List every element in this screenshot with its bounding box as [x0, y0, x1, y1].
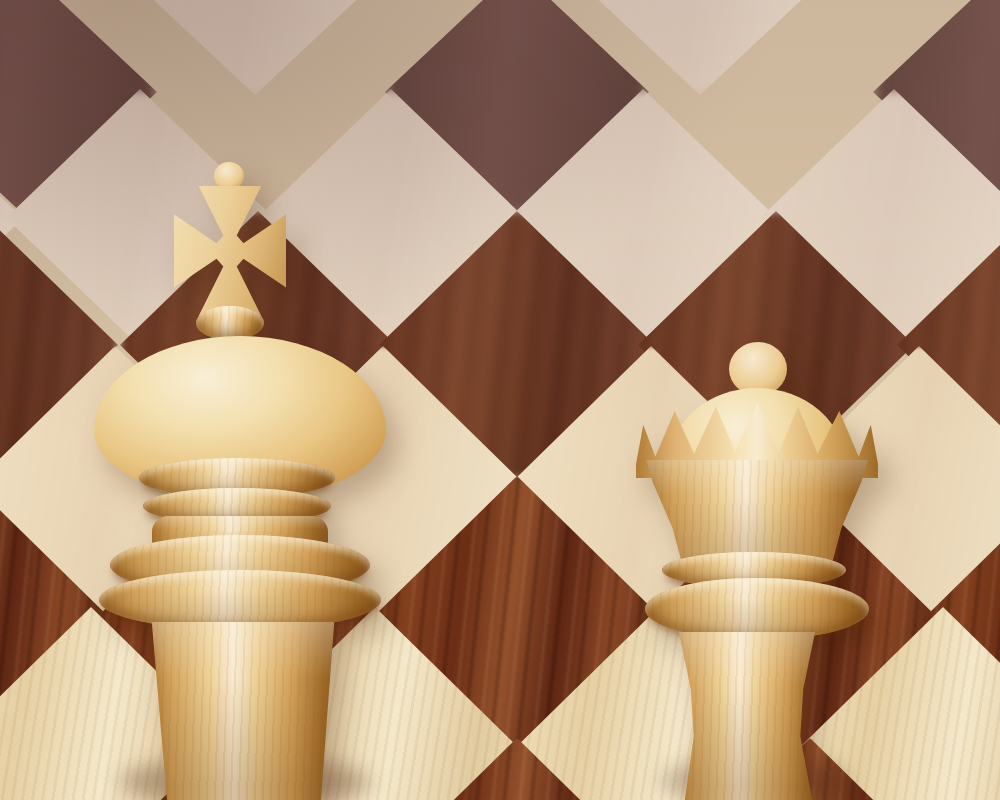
- white-queen-piece[interactable]: [608, 338, 908, 800]
- king-shoulder-roll-lower: [99, 570, 381, 630]
- white-king-piece[interactable]: [80, 156, 400, 800]
- queen-stem: [673, 632, 821, 800]
- king-cross-bead: [196, 306, 264, 340]
- queen-collar-ring-2: [645, 578, 869, 640]
- board-square-light[interactable]: [127, 0, 383, 95]
- king-finial-ball: [214, 162, 244, 190]
- king-cross-finial: [174, 186, 286, 316]
- king-stem: [148, 622, 338, 800]
- chess-photo-scene: [0, 0, 1000, 800]
